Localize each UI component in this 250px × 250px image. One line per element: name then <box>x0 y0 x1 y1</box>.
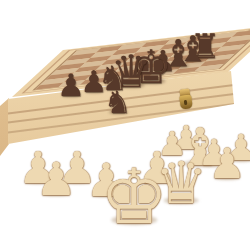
chess-pieces-layer: ♟♟♞♛♞♚♟♝♝♜♟♟♟♟♚♟♛♟♟♝♟♟♟ <box>0 0 250 250</box>
chess-piece-light-king: ♚ <box>100 159 168 235</box>
chess-piece-light-pawn: ♟ <box>35 156 76 202</box>
chess-piece-dark-pawn: ♟ <box>57 70 85 101</box>
chess-set-photo: ♟♟♞♛♞♚♟♝♝♜♟♟♟♟♚♟♛♟♟♝♟♟♟ <box>0 0 250 250</box>
chess-piece-dark-knight: ♞ <box>104 87 132 118</box>
chess-piece-light-pawn: ♟ <box>208 143 246 185</box>
